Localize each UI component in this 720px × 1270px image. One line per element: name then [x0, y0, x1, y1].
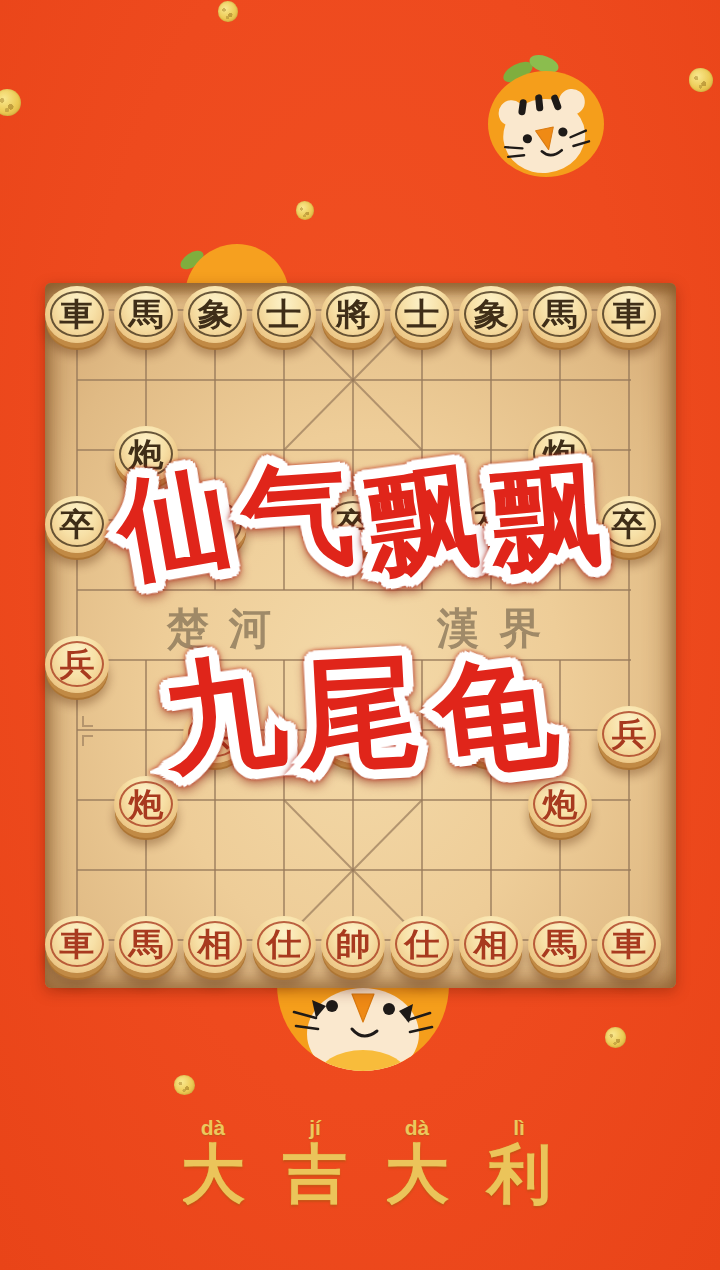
piece-character: 炮 — [129, 789, 164, 821]
gold-sparkle-icon — [0, 89, 21, 116]
pinyin-syllable: dà — [181, 1116, 245, 1140]
piece-black-車[interactable]: 車 — [597, 286, 661, 343]
piece-black-象[interactable]: 象 — [183, 286, 247, 343]
piece-black-炮[interactable]: 炮 — [528, 426, 592, 483]
tiger-orange-icon — [478, 50, 614, 182]
palace-diagonals — [45, 283, 676, 988]
piece-character: 馬 — [129, 929, 164, 961]
piece-character: 象 — [474, 299, 509, 331]
piece-red-兵[interactable]: 兵 — [597, 706, 661, 763]
piece-character: 馬 — [543, 929, 578, 961]
piece-red-炮[interactable]: 炮 — [114, 776, 178, 833]
piece-character: 車 — [60, 929, 95, 961]
piece-black-卒[interactable]: 卒 — [459, 496, 523, 553]
pinyin-syllable: dà — [385, 1116, 449, 1140]
piece-red-車[interactable]: 車 — [597, 916, 661, 973]
piece-character: 炮 — [543, 789, 578, 821]
greeting-char: 大 — [385, 1140, 449, 1210]
piece-black-馬[interactable]: 馬 — [114, 286, 178, 343]
piece-character: 兵 — [198, 719, 233, 751]
piece-character: 卒 — [336, 509, 371, 541]
piece-black-卒[interactable]: 卒 — [321, 496, 385, 553]
piece-character: 仕 — [267, 929, 302, 961]
gold-sparkle-icon — [296, 201, 314, 220]
greeting-pinyin: dà jí dà lì — [6, 1116, 720, 1140]
piece-black-士[interactable]: 士 — [390, 286, 454, 343]
gold-sparkle-icon — [689, 68, 713, 92]
pinyin-syllable: lì — [487, 1116, 551, 1140]
piece-character: 炮 — [129, 439, 164, 471]
piece-red-兵[interactable]: 兵 — [183, 706, 247, 763]
piece-character: 卒 — [198, 509, 233, 541]
piece-black-炮[interactable]: 炮 — [114, 426, 178, 483]
piece-character: 相 — [198, 929, 233, 961]
gold-sparkle-icon — [605, 1027, 626, 1048]
gold-sparkle-icon — [218, 1, 238, 22]
piece-character: 車 — [612, 929, 647, 961]
piece-red-相[interactable]: 相 — [183, 916, 247, 973]
piece-black-卒[interactable]: 卒 — [597, 496, 661, 553]
piece-character: 車 — [612, 299, 647, 331]
piece-character: 士 — [405, 299, 440, 331]
piece-character: 兵 — [60, 649, 95, 681]
piece-red-兵[interactable]: 兵 — [459, 706, 523, 763]
piece-red-帥[interactable]: 帥 — [321, 916, 385, 973]
piece-character: 卒 — [612, 509, 647, 541]
piece-red-仕[interactable]: 仕 — [252, 916, 316, 973]
piece-red-炮[interactable]: 炮 — [528, 776, 592, 833]
piece-red-車[interactable]: 車 — [45, 916, 109, 973]
piece-character: 卒 — [60, 509, 95, 541]
piece-red-兵[interactable]: 兵 — [45, 636, 109, 693]
piece-character: 將 — [336, 299, 371, 331]
greeting-text: 大 吉 大 利 — [6, 1140, 720, 1210]
greeting-char: 吉 — [283, 1140, 347, 1210]
piece-black-卒[interactable]: 卒 — [45, 496, 109, 553]
piece-character: 士 — [267, 299, 302, 331]
piece-character: 車 — [60, 299, 95, 331]
piece-red-馬[interactable]: 馬 — [114, 916, 178, 973]
piece-black-車[interactable]: 車 — [45, 286, 109, 343]
pinyin-syllable: jí — [283, 1116, 347, 1140]
point-marker — [82, 735, 93, 746]
piece-black-將[interactable]: 將 — [321, 286, 385, 343]
piece-red-相[interactable]: 相 — [459, 916, 523, 973]
gold-sparkle-icon — [174, 1075, 195, 1095]
piece-character: 兵 — [474, 719, 509, 751]
piece-character: 象 — [198, 299, 233, 331]
piece-character: 馬 — [129, 299, 164, 331]
point-marker — [82, 716, 93, 727]
piece-character: 帥 — [336, 929, 371, 961]
piece-black-馬[interactable]: 馬 — [528, 286, 592, 343]
xiangqi-board[interactable]: 楚河 漢界 車馬象士將士象馬車炮炮卒卒卒卒卒兵兵兵兵兵炮炮車馬相仕帥仕相馬車 — [45, 283, 676, 988]
piece-black-士[interactable]: 士 — [252, 286, 316, 343]
piece-red-仕[interactable]: 仕 — [390, 916, 454, 973]
piece-red-兵[interactable]: 兵 — [321, 706, 385, 763]
piece-black-象[interactable]: 象 — [459, 286, 523, 343]
piece-character: 仕 — [405, 929, 440, 961]
piece-character: 馬 — [543, 299, 578, 331]
greeting-char: 利 — [487, 1140, 551, 1210]
piece-character: 兵 — [336, 719, 371, 751]
piece-character: 卒 — [474, 509, 509, 541]
greeting-char: 大 — [181, 1140, 245, 1210]
piece-red-馬[interactable]: 馬 — [528, 916, 592, 973]
piece-character: 兵 — [612, 719, 647, 751]
piece-character: 相 — [474, 929, 509, 961]
poster: 楚河 漢界 車馬象士將士象馬車炮炮卒卒卒卒卒兵兵兵兵兵炮炮車馬相仕帥仕相馬車 仙… — [0, 0, 720, 1270]
piece-black-卒[interactable]: 卒 — [183, 496, 247, 553]
tiger-orange-icon — [276, 982, 450, 1094]
piece-character: 炮 — [543, 439, 578, 471]
